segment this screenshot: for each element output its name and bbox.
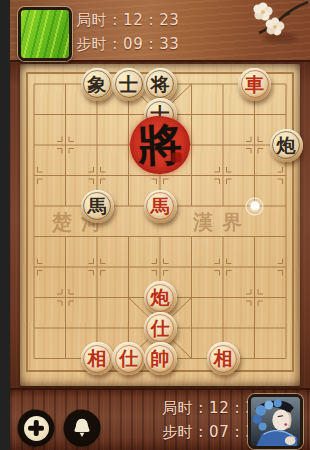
check-stamp: 將 <box>129 115 191 175</box>
piece-black-horse[interactable]: 馬 <box>81 190 114 223</box>
piece-black-advisor-a[interactable]: 士 <box>112 68 145 101</box>
top-move-time: 步时 : 09 : 33 <box>76 32 179 56</box>
piece-black-elephant[interactable]: 象 <box>81 68 114 101</box>
top-player-avatar[interactable] <box>18 7 72 61</box>
top-player-bar: 局时 : 12 : 23 步时 : 09 : 33 <box>10 0 310 62</box>
piece-char: 炮 <box>277 136 296 155</box>
check-stamp-char: 將 <box>137 115 183 175</box>
piece-char: 相 <box>88 349 107 368</box>
piece-black-general[interactable]: 将 <box>144 68 177 101</box>
opera-avatar-image <box>251 397 300 446</box>
piece-char: 車 <box>245 75 264 94</box>
piece-char: 象 <box>88 75 107 94</box>
piece-red-elephant-b[interactable]: 相 <box>207 342 240 375</box>
last-move-marker <box>250 202 259 211</box>
piece-char: 帥 <box>151 349 170 368</box>
piece-red-cannon[interactable]: 炮 <box>144 281 177 314</box>
piece-red-chariot[interactable]: 車 <box>238 68 271 101</box>
blossom-1 <box>253 2 272 20</box>
piece-red-general[interactable]: 帥 <box>144 342 177 375</box>
top-player-timers: 局时 : 12 : 23 步时 : 09 : 33 <box>76 8 179 56</box>
plus-icon <box>24 416 49 441</box>
piece-char: 炮 <box>151 288 170 307</box>
piece-black-cannon[interactable]: 炮 <box>270 129 303 162</box>
plus-button[interactable] <box>19 411 53 445</box>
piece-char: 馬 <box>88 197 107 216</box>
piece-char: 将 <box>151 75 170 94</box>
piece-char: 仕 <box>119 349 138 368</box>
bottom-player-avatar[interactable] <box>248 394 303 449</box>
piece-red-advisor-a[interactable]: 仕 <box>144 312 177 345</box>
piece-char: 士 <box>119 75 138 94</box>
plum-blossom-decoration <box>238 0 310 46</box>
grass-avatar-image <box>21 10 69 58</box>
top-game-time: 局时 : 12 : 23 <box>76 8 179 32</box>
piece-red-advisor-b[interactable]: 仕 <box>112 342 145 375</box>
xiangqi-app-screen: 局时 : 12 : 23 步时 : 09 : 33 <box>10 0 310 450</box>
piece-red-horse[interactable]: 馬 <box>144 190 177 223</box>
piece-red-elephant-a[interactable]: 相 <box>81 342 114 375</box>
bottom-player-bar: 局时 : 12 : 20 步时 : 07 : 30 <box>10 388 310 450</box>
bell-icon <box>69 415 95 441</box>
piece-char: 仕 <box>151 319 170 338</box>
board-section: 楚河 漢界 象士将士炮馬車馬炮仕相仕帥相 將 <box>10 62 310 388</box>
blossom-2 <box>266 18 285 36</box>
piece-char: 馬 <box>151 197 170 216</box>
piece-char: 相 <box>214 349 233 368</box>
bell-button[interactable] <box>65 411 99 445</box>
